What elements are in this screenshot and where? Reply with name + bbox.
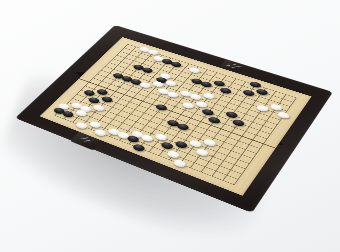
photo-scene: Magnetic folding Go board (19x19) with m… bbox=[0, 0, 340, 252]
latch-ridges-icon bbox=[224, 63, 242, 69]
